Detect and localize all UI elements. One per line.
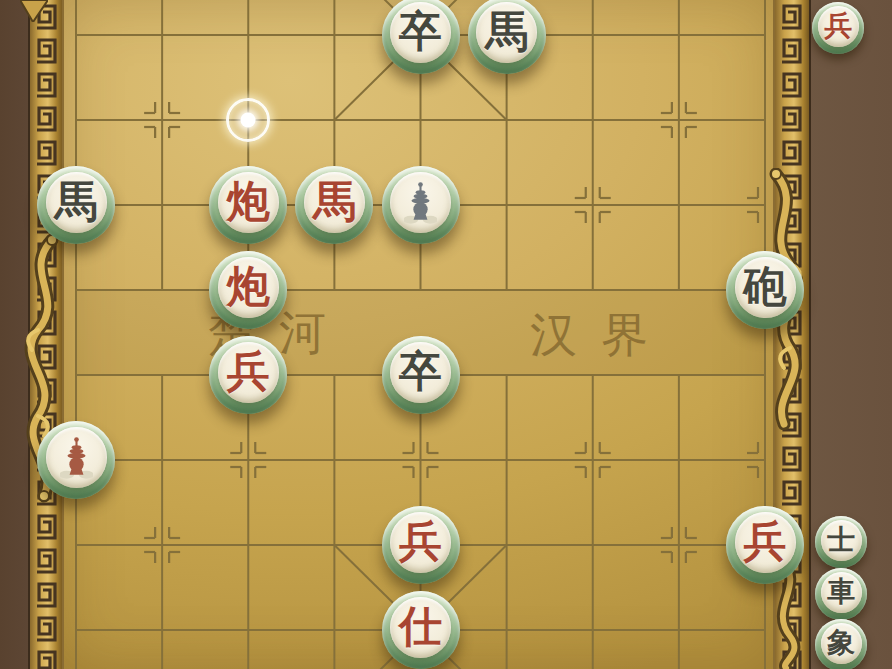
piece-black-chariot-captured: 車 bbox=[815, 568, 867, 620]
piece-black-cannon[interactable]: 砲 bbox=[726, 251, 804, 329]
piece-black-soldier[interactable]: 卒 bbox=[382, 336, 460, 414]
piece-glyph: 砲 bbox=[744, 265, 787, 308]
piece-glyph: 卒 bbox=[399, 10, 442, 53]
piece-red-horse[interactable]: 馬 bbox=[295, 166, 373, 244]
piece-glyph: 卒 bbox=[399, 350, 442, 393]
piece-glyph: 兵 bbox=[824, 12, 852, 40]
piece-glyph: 象 bbox=[827, 629, 855, 657]
piece-glyph: 炮 bbox=[227, 180, 270, 223]
piece-glyph: 炮 bbox=[227, 265, 270, 308]
frame-corner-ornament bbox=[20, 0, 48, 22]
piece-glyph: 兵 bbox=[744, 520, 787, 563]
piece-hidden-piece-red[interactable] bbox=[37, 421, 115, 499]
piece-glyph: 兵 bbox=[227, 350, 270, 393]
piece-glyph: 車 bbox=[827, 578, 855, 606]
piece-red-soldier[interactable]: 兵 bbox=[726, 506, 804, 584]
piece-red-advisor[interactable]: 仕 bbox=[382, 591, 460, 669]
piece-black-elephant-captured: 象 bbox=[815, 619, 867, 669]
piece-red-cannon[interactable]: 炮 bbox=[209, 251, 287, 329]
piece-black-advisor-captured: 士 bbox=[815, 516, 867, 568]
river-label-right: 汉界 bbox=[530, 309, 672, 361]
piece-hidden-piece-black[interactable] bbox=[382, 166, 460, 244]
piece-red-soldier[interactable]: 兵 bbox=[209, 336, 287, 414]
piece-glyph: 仕 bbox=[399, 605, 442, 648]
pagoda-icon bbox=[404, 181, 437, 225]
piece-red-soldier-captured: 兵 bbox=[812, 2, 864, 54]
piece-glyph: 馬 bbox=[313, 180, 356, 223]
frame-left bbox=[28, 0, 64, 669]
pagoda-icon bbox=[60, 436, 93, 480]
piece-black-horse[interactable]: 馬 bbox=[37, 166, 115, 244]
piece-glyph: 馬 bbox=[485, 10, 528, 53]
xiangqi-game-screen: 楚河 汉界 bbox=[0, 0, 892, 669]
piece-glyph: 士 bbox=[827, 526, 855, 554]
piece-red-cannon[interactable]: 炮 bbox=[209, 166, 287, 244]
move-origin-indicator bbox=[226, 98, 270, 142]
piece-red-soldier[interactable]: 兵 bbox=[382, 506, 460, 584]
piece-glyph: 馬 bbox=[55, 180, 98, 223]
piece-glyph: 兵 bbox=[399, 520, 442, 563]
